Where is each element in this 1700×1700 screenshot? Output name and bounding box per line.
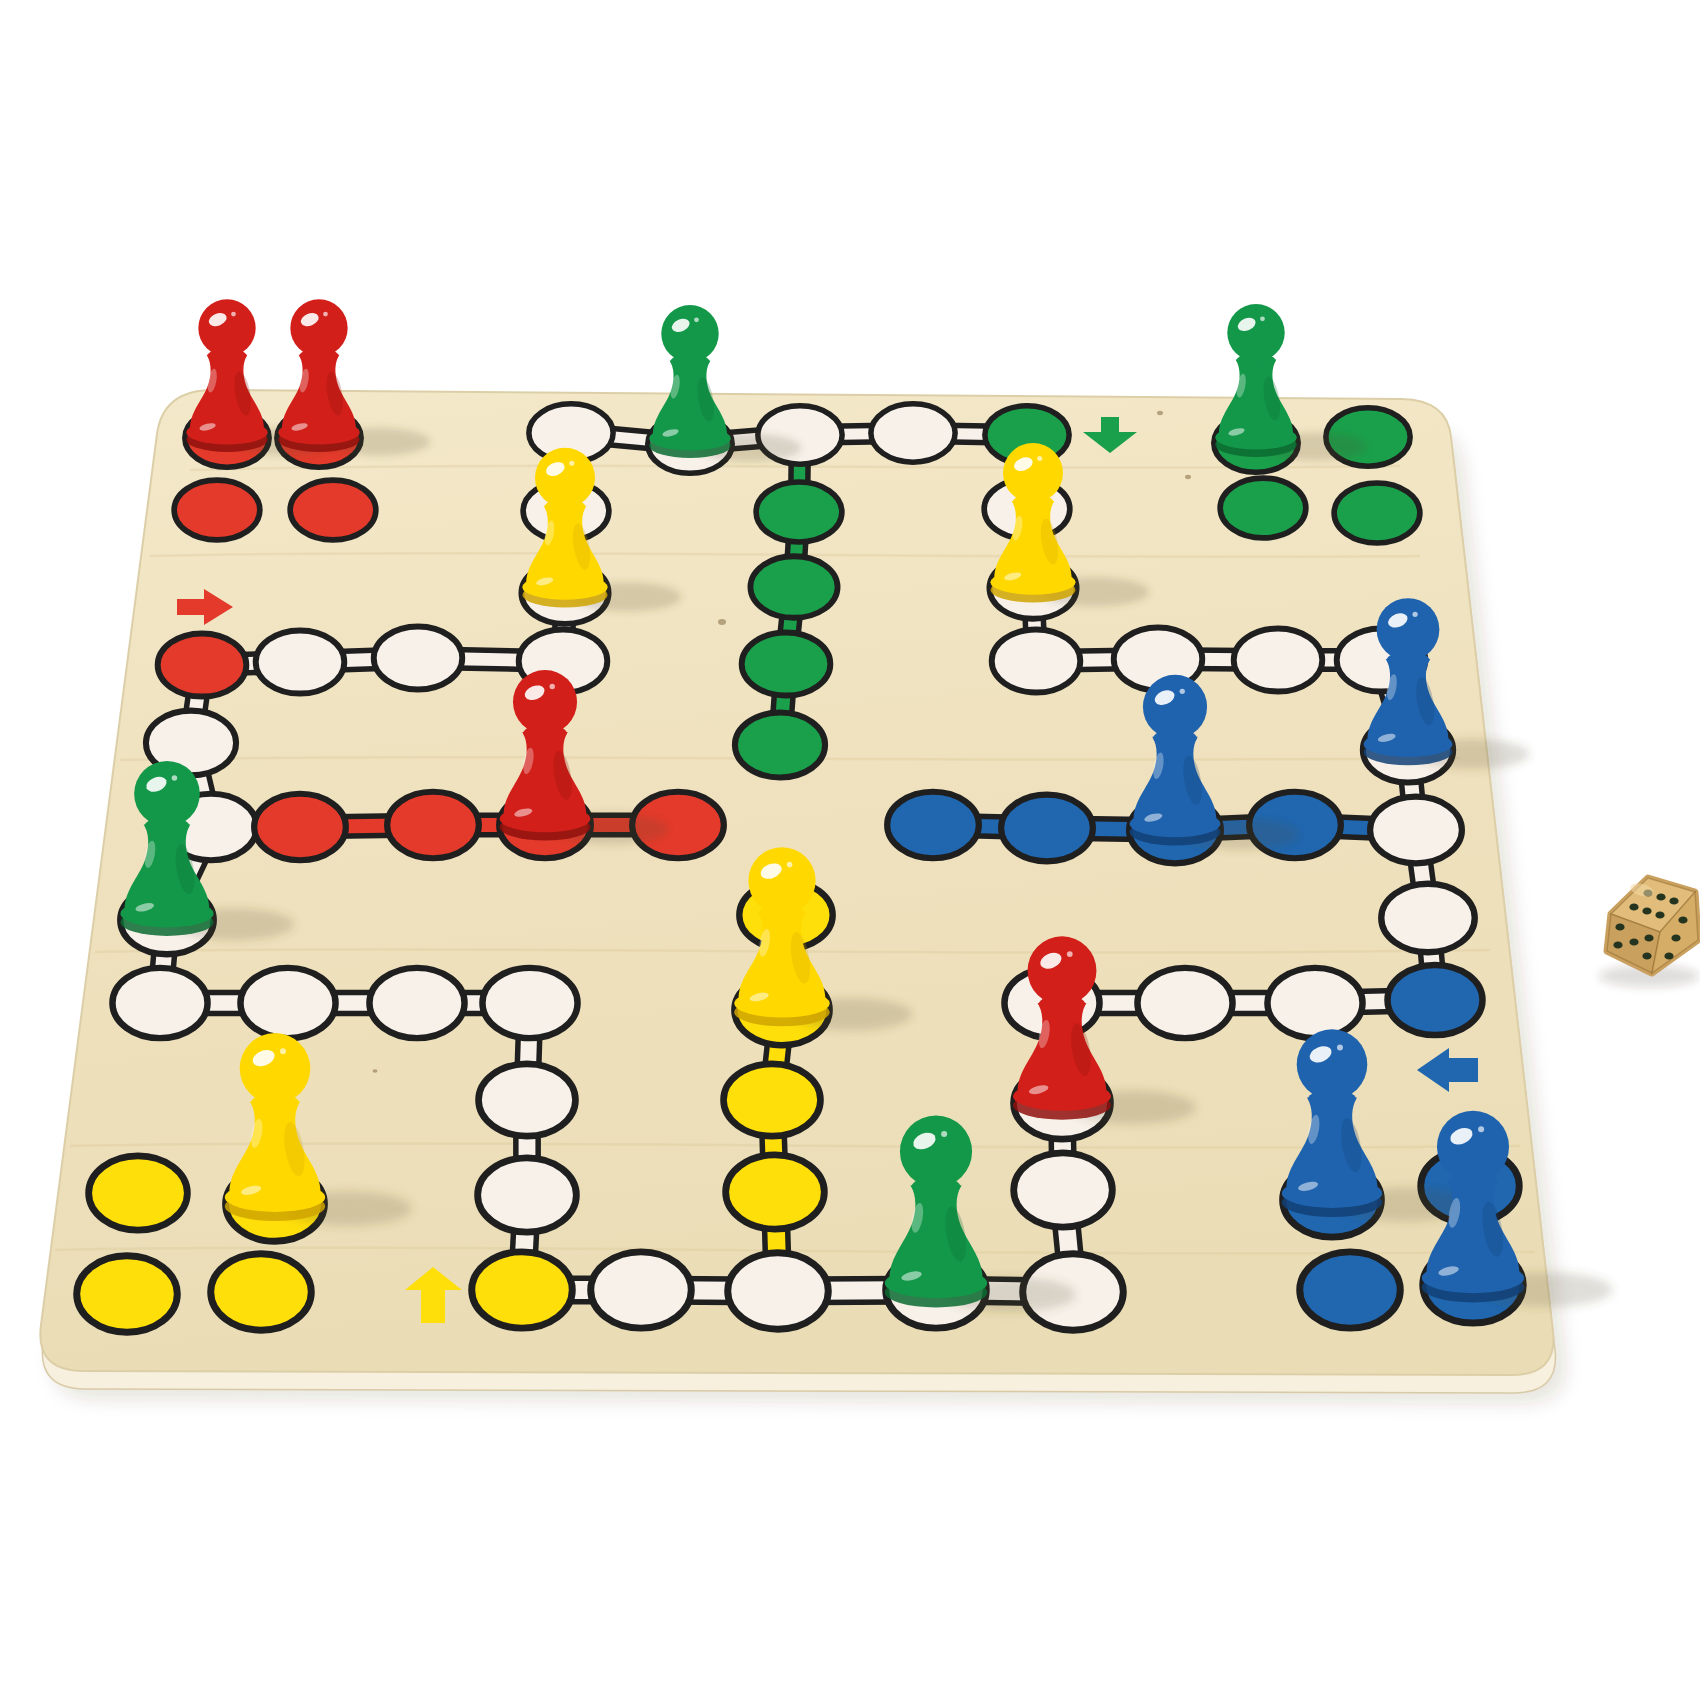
track-field-21 (1267, 968, 1362, 1038)
die-pip (1655, 911, 1664, 918)
yard-blue-circle-3 (1300, 1252, 1401, 1328)
yard-yellow-circle-4 (211, 1254, 312, 1330)
die-pip (1613, 941, 1622, 948)
track-field-28 (728, 1253, 829, 1329)
home-blue-cell-4 (887, 792, 979, 859)
pawn-head (748, 847, 815, 914)
track-field-0-start-red (158, 633, 247, 696)
die-pip (1664, 952, 1673, 959)
pawn-head-glint (1260, 316, 1265, 321)
pawn-head (1143, 675, 1207, 739)
pawn-head-glint (280, 1048, 286, 1054)
home-yellow-cell-2 (724, 1064, 821, 1136)
track-field-33 (482, 968, 577, 1038)
track-field-36 (112, 968, 207, 1038)
pawn-head (661, 305, 718, 362)
track-field-32 (479, 1064, 576, 1136)
pawn-head-glint (1478, 1126, 1484, 1132)
home-red-cell-1 (254, 794, 346, 861)
pawn-head (1003, 443, 1063, 503)
track-field-13 (992, 629, 1081, 692)
track-field-15 (1234, 628, 1323, 691)
die-pip (1671, 934, 1680, 941)
track-field-34 (369, 968, 464, 1038)
pawn-head-glint (787, 862, 793, 868)
wood-knot (1157, 411, 1163, 415)
home-yellow-cell-1 (726, 1155, 825, 1229)
pawn-head-glint (550, 684, 555, 689)
pawn-head (1437, 1111, 1509, 1183)
pawn-head-glint (1067, 951, 1073, 957)
wood-knot (1185, 475, 1191, 479)
yard-red-circle-4 (290, 480, 376, 540)
die-pip (1644, 934, 1653, 941)
pawn-head (1297, 1029, 1368, 1100)
yard-green-circle-4 (1334, 483, 1420, 543)
home-green-cell-3 (742, 632, 831, 695)
track-field-35 (240, 968, 335, 1038)
track-field-1 (256, 630, 345, 693)
home-green-cell-4 (735, 713, 825, 778)
pawn-head (240, 1033, 311, 1104)
pawn-head-glint (231, 312, 236, 317)
track-field-18 (1370, 797, 1462, 864)
pawn-head-glint (694, 317, 699, 322)
pawn-head-glint (1037, 456, 1042, 461)
home-green-cell-2 (750, 556, 837, 618)
pawn-head-glint (323, 312, 328, 317)
die-pip (1669, 897, 1678, 904)
pawn-head (1028, 936, 1097, 1005)
pawn-head (535, 448, 595, 508)
track-field-25 (1014, 1153, 1113, 1227)
pawn-head (900, 1115, 972, 1187)
track-field-29 (591, 1252, 692, 1328)
yard-red-circle-3 (174, 480, 260, 540)
yard-yellow-circle-1 (89, 1156, 188, 1230)
home-green-cell-1 (756, 482, 842, 542)
wood-knot (373, 1069, 378, 1073)
pawn-head-glint (1412, 612, 1417, 617)
ludo-board-scene (0, 0, 1700, 1700)
pawn-head-glint (1337, 1044, 1343, 1050)
pawn-head (1227, 304, 1284, 361)
yard-green-circle-3 (1220, 478, 1306, 538)
track-field-19 (1381, 884, 1474, 952)
track-field-2 (374, 627, 463, 690)
track-field-30-start-yellow (472, 1252, 573, 1328)
track-field-9 (871, 404, 955, 462)
die-pip (1642, 952, 1651, 959)
pawn-head (198, 299, 255, 356)
track-field-20-start-blue (1387, 965, 1482, 1035)
home-red-cell-2 (387, 792, 479, 859)
photo-stage (0, 0, 1700, 1700)
die-pip (1656, 893, 1665, 900)
pawn-green-track-7[interactable] (649, 305, 801, 462)
yard-yellow-circle-3 (77, 1256, 178, 1332)
die-pip (1678, 916, 1687, 923)
die-pip (1629, 903, 1638, 910)
pawn-head-glint (1180, 689, 1185, 694)
track-field-31 (478, 1158, 577, 1232)
pawn-green-yard-green-1[interactable] (1215, 304, 1367, 461)
die-pip (1629, 938, 1638, 945)
pawn-head (134, 761, 200, 827)
pawn-head-glint (569, 461, 574, 466)
die-pip (1615, 923, 1624, 930)
pawn-head-glint (941, 1131, 947, 1137)
home-blue-cell-3 (1001, 795, 1093, 862)
pawn-head (290, 299, 347, 356)
pawn-head (1377, 598, 1440, 661)
die[interactable] (1599, 878, 1699, 987)
die-pip (1642, 907, 1651, 914)
pawn-head (513, 670, 577, 734)
pawn-head-glint (172, 775, 178, 781)
track-field-22 (1137, 968, 1232, 1038)
wood-knot (718, 619, 726, 625)
pawn-red-yard-red-2[interactable] (278, 299, 430, 455)
